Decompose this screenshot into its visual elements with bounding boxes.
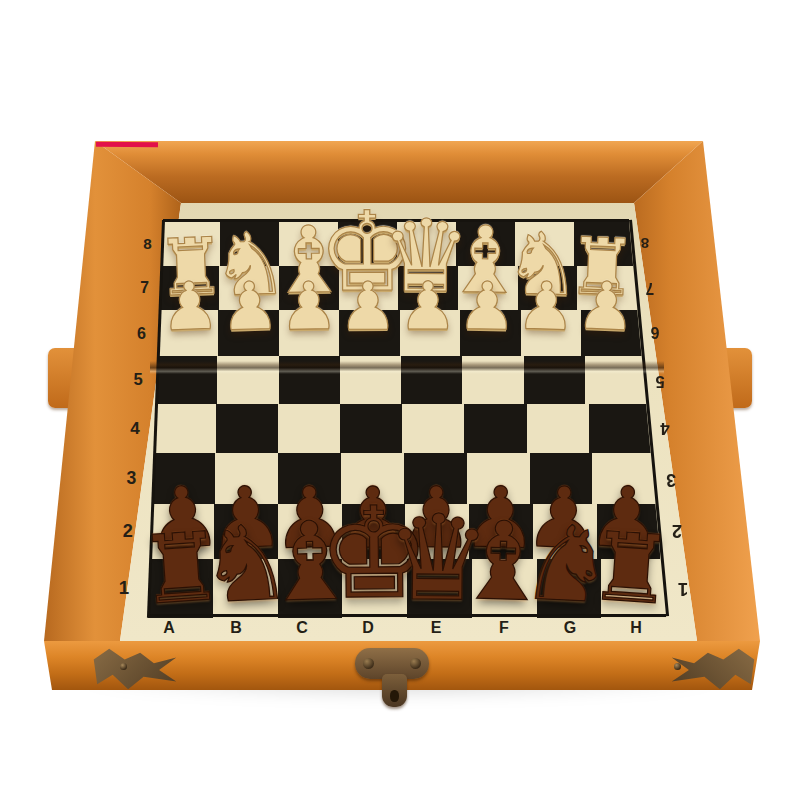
piece-dark-knight-b1[interactable]: ♞ [184,509,307,619]
board-fold-seam [150,361,664,374]
square-e3[interactable] [404,453,467,504]
piece-light-pawn-d7[interactable]: ♟ [328,274,408,340]
chess-set-photo: 8877665544332211ABCDEFGH ♜♞♝♚♛♝♞♜♟♟♟♟♟♟♟… [0,0,800,800]
square-e6[interactable] [400,310,460,356]
square-c2[interactable] [278,504,342,559]
piece-light-knight-g8[interactable]: ♞ [492,219,595,308]
piece-dark-king-d1[interactable]: ♚ [303,490,444,617]
board-row-rank-1 [148,559,666,618]
piece-dark-pawn-h2[interactable]: ♟ [575,472,678,562]
board-border-right [629,220,669,616]
square-f6[interactable] [460,310,520,356]
file-label-g: G [559,620,581,636]
square-g2[interactable] [533,504,597,559]
bracket-screw-left-icon [120,663,127,670]
square-f1[interactable] [472,559,537,618]
piece-dark-rook-a1[interactable]: ♜ [124,518,238,619]
square-a7[interactable] [160,266,220,310]
square-a4[interactable] [154,404,216,453]
square-a6[interactable] [158,310,218,356]
rank-label-right-8: 8 [634,236,656,251]
rank-label-right-7: 7 [639,280,661,296]
board-row-rank-6 [158,310,642,356]
rank-label-right-6: 6 [644,325,666,341]
latch-screw-right-icon [410,658,421,669]
rank-label-left-3: 3 [121,470,143,488]
rank-label-right-5: 5 [649,372,671,389]
square-f4[interactable] [464,404,526,453]
square-d7[interactable] [339,266,399,310]
rank-label-right-1: 1 [672,579,694,598]
piece-dark-bishop-c1[interactable]: ♝ [247,506,372,618]
piece-light-pawn-c7[interactable]: ♟ [268,273,349,340]
piece-dark-pawn-d2[interactable]: ♟ [323,475,422,560]
square-g8[interactable] [515,222,574,266]
rank-label-right-4: 4 [654,420,676,437]
square-g4[interactable] [527,404,589,453]
piece-dark-pawn-e2[interactable]: ♟ [387,475,486,560]
board-border-top [163,219,629,222]
file-label-d: D [357,620,379,636]
square-b7[interactable] [219,266,279,310]
square-f3[interactable] [467,453,530,504]
file-label-e: E [425,620,447,636]
piece-dark-pawn-c2[interactable]: ♟ [259,474,359,561]
rank-label-left-8: 8 [137,236,159,251]
piece-light-pawn-f7[interactable]: ♟ [446,273,527,340]
board-row-rank-7 [160,266,638,310]
piece-light-pawn-g7[interactable]: ♟ [505,273,587,341]
rank-label-left-6: 6 [130,325,152,341]
right-hinge-tab [712,348,752,408]
red-accent-strip [96,142,158,148]
latch-tongue-hole [390,690,399,702]
square-h7[interactable] [577,266,637,310]
square-e1[interactable] [407,559,472,618]
square-d3[interactable] [341,453,404,504]
board-row-rank-2 [150,504,660,559]
square-a1[interactable] [148,559,213,618]
piece-light-bishop-f8[interactable]: ♝ [431,214,539,308]
square-a2[interactable] [150,504,214,559]
square-h3[interactable] [592,453,655,504]
rank-label-left-5: 5 [127,372,149,389]
square-g3[interactable] [530,453,593,504]
square-a3[interactable] [152,453,215,504]
left-hinge-tab [48,348,88,408]
square-h1[interactable] [601,559,666,618]
piece-light-bishop-c8[interactable]: ♝ [255,214,363,308]
piece-dark-pawn-b2[interactable]: ♟ [195,473,297,562]
rank-label-left-2: 2 [117,522,139,540]
square-c3[interactable] [278,453,341,504]
rank-label-right-2: 2 [666,522,688,540]
square-e8[interactable] [397,222,456,266]
board-border-left [146,220,164,618]
square-c4[interactable] [278,404,340,453]
piece-light-queen-e8[interactable]: ♛ [369,207,484,308]
square-f7[interactable] [458,266,518,310]
square-e7[interactable] [398,266,458,310]
square-e2[interactable] [405,504,469,559]
bracket-screw-right-icon [674,663,681,670]
file-label-f: F [493,620,515,636]
square-g1[interactable] [537,559,602,618]
square-b8[interactable] [220,222,279,266]
rank-label-left-1: 1 [113,579,135,598]
square-h8[interactable] [574,222,633,266]
square-h6[interactable] [581,310,641,356]
square-d2[interactable] [342,504,406,559]
file-label-b: B [225,620,247,636]
piece-dark-queen-e1[interactable]: ♛ [372,498,505,617]
piece-light-king-d8[interactable]: ♚ [305,197,430,308]
square-d1[interactable] [342,559,407,618]
square-e4[interactable] [402,404,464,453]
square-h4[interactable] [589,404,651,453]
piece-dark-rook-h1[interactable]: ♜ [574,518,688,619]
rank-label-left-7: 7 [134,280,156,296]
square-f8[interactable] [456,222,515,266]
square-c1[interactable] [278,559,343,618]
piece-dark-knight-g1[interactable]: ♞ [505,509,628,619]
board-border-bottom [148,614,666,617]
board-row-rank-3 [152,453,655,504]
piece-dark-bishop-f1[interactable]: ♝ [440,506,565,618]
square-c6[interactable] [279,310,339,356]
piece-light-pawn-e7[interactable]: ♟ [387,274,467,340]
square-f2[interactable] [469,504,533,559]
file-label-c: C [291,620,313,636]
square-d4[interactable] [340,404,402,453]
square-b2[interactable] [214,504,278,559]
rank-label-left-4: 4 [124,420,146,437]
square-b3[interactable] [215,453,278,504]
square-b6[interactable] [218,310,278,356]
file-label-a: A [158,620,180,636]
square-c8[interactable] [279,222,338,266]
square-d6[interactable] [339,310,399,356]
square-a8[interactable] [161,222,220,266]
rank-label-right-3: 3 [660,470,682,488]
board-row-rank-8 [161,222,633,266]
piece-dark-pawn-a2[interactable]: ♟ [131,472,234,562]
square-h2[interactable] [597,504,661,559]
piece-light-knight-b8[interactable]: ♞ [199,219,302,308]
square-b1[interactable] [213,559,278,618]
square-c7[interactable] [279,266,339,310]
square-g6[interactable] [521,310,581,356]
piece-dark-pawn-f2[interactable]: ♟ [449,474,549,561]
board-row-rank-4 [154,404,650,453]
square-d8[interactable] [338,222,397,266]
piece-dark-pawn-g2[interactable]: ♟ [512,473,614,562]
latch-screw-left-icon [363,658,374,669]
square-g7[interactable] [518,266,578,310]
square-b4[interactable] [216,404,278,453]
file-label-h: H [625,620,647,636]
piece-light-pawn-b7[interactable]: ♟ [208,273,290,341]
